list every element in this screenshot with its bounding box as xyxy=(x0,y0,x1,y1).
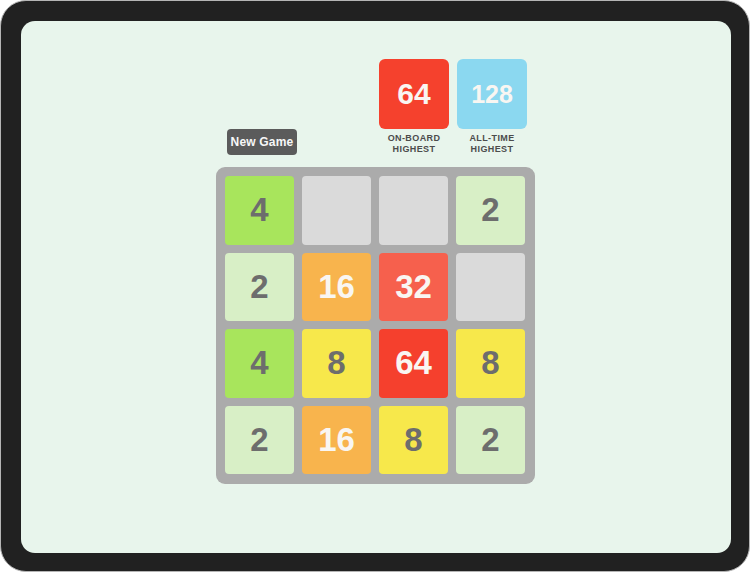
all-time-highest-box: 128 xyxy=(457,59,527,129)
game-screen: New Game 64 128 ON-BOARD HIGHEST ALL-TIM… xyxy=(21,21,731,553)
empty-cell xyxy=(456,253,525,322)
tile-32: 32 xyxy=(379,253,448,322)
on-board-highest-value: 64 xyxy=(397,77,430,111)
all-time-label-line1: ALL-TIME xyxy=(457,133,527,144)
new-game-button[interactable]: New Game xyxy=(227,129,297,155)
on-board-highest-box: 64 xyxy=(379,59,449,129)
all-time-highest-label: ALL-TIME HIGHEST xyxy=(457,133,527,154)
all-time-label-line2: HIGHEST xyxy=(457,144,527,155)
tile-64: 64 xyxy=(379,329,448,398)
empty-cell xyxy=(379,176,448,245)
on-board-label-line2: HIGHEST xyxy=(379,144,449,155)
tile-2: 2 xyxy=(456,406,525,475)
tile-2: 2 xyxy=(225,253,294,322)
tile-2: 2 xyxy=(225,406,294,475)
app-root: New Game 64 128 ON-BOARD HIGHEST ALL-TIM… xyxy=(0,0,750,572)
device-frame: New Game 64 128 ON-BOARD HIGHEST ALL-TIM… xyxy=(0,0,750,572)
tile-4: 4 xyxy=(225,176,294,245)
on-board-highest-label: ON-BOARD HIGHEST xyxy=(379,133,449,154)
tile-16: 16 xyxy=(302,406,371,475)
tile-8: 8 xyxy=(302,329,371,398)
tile-16: 16 xyxy=(302,253,371,322)
board-grid[interactable]: 42216324864821682 xyxy=(216,167,535,484)
tile-8: 8 xyxy=(379,406,448,475)
all-time-highest-value: 128 xyxy=(471,80,513,109)
on-board-label-line1: ON-BOARD xyxy=(379,133,449,144)
empty-cell xyxy=(302,176,371,245)
tile-4: 4 xyxy=(225,329,294,398)
tile-2: 2 xyxy=(456,176,525,245)
tile-8: 8 xyxy=(456,329,525,398)
